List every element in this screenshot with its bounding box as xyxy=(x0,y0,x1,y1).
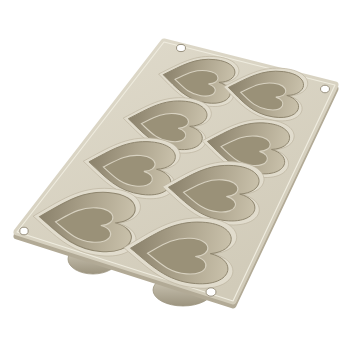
hanging-hole xyxy=(177,44,186,51)
mold-svg xyxy=(0,0,350,350)
mold-figure xyxy=(0,0,350,350)
product-photo xyxy=(0,0,350,350)
hanging-hole xyxy=(321,85,330,93)
hanging-hole xyxy=(206,288,216,296)
hanging-hole xyxy=(20,227,28,235)
